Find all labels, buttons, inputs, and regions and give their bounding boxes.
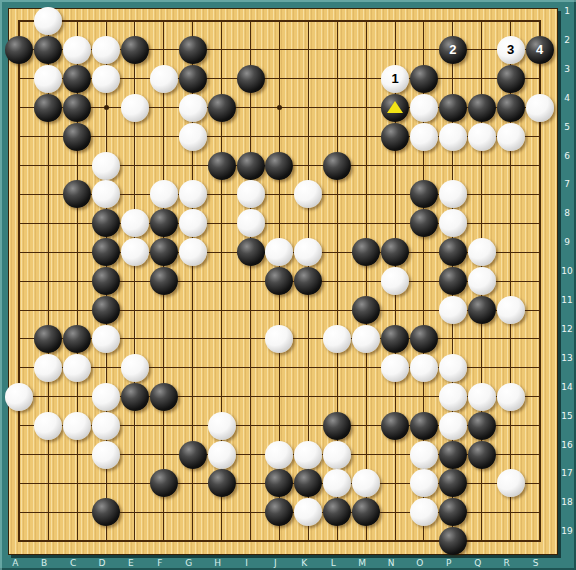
stone-G8[interactable]	[179, 209, 207, 237]
stone-O4[interactable]	[410, 94, 438, 122]
stone-I3[interactable]	[237, 65, 265, 93]
stone-R2[interactable]: 3	[497, 36, 525, 64]
row-label-9: 9	[559, 237, 575, 247]
stone-I6[interactable]	[237, 152, 265, 180]
stone-L6[interactable]	[323, 152, 351, 180]
stone-O3[interactable]	[410, 65, 438, 93]
stone-B13[interactable]	[34, 354, 62, 382]
stone-O16[interactable]	[410, 441, 438, 469]
stone-N4[interactable]	[381, 94, 409, 122]
column-label-S: S	[527, 558, 545, 568]
stone-K7[interactable]	[294, 180, 322, 208]
stone-J18[interactable]	[265, 498, 293, 526]
stone-P4[interactable]	[439, 94, 467, 122]
stone-F14[interactable]	[150, 383, 178, 411]
stone-G9[interactable]	[179, 238, 207, 266]
row-label-18: 18	[559, 497, 575, 507]
stone-P7[interactable]	[439, 180, 467, 208]
stone-N3[interactable]: 1	[381, 65, 409, 93]
stone-L15[interactable]	[323, 412, 351, 440]
stone-D9[interactable]	[92, 238, 120, 266]
stone-K16[interactable]	[294, 441, 322, 469]
stone-S4[interactable]	[526, 94, 554, 122]
stone-C3[interactable]	[63, 65, 91, 93]
stone-F17[interactable]	[150, 469, 178, 497]
stone-R3[interactable]	[497, 65, 525, 93]
stone-F9[interactable]	[150, 238, 178, 266]
column-label-P: P	[440, 558, 458, 568]
column-label-D: D	[93, 558, 111, 568]
row-label-15: 15	[559, 411, 575, 421]
stone-E13[interactable]	[121, 354, 149, 382]
stone-O15[interactable]	[410, 412, 438, 440]
stone-O18[interactable]	[410, 498, 438, 526]
stone-B15[interactable]	[34, 412, 62, 440]
stone-D10[interactable]	[92, 267, 120, 295]
row-label-11: 11	[559, 295, 575, 305]
stone-P13[interactable]	[439, 354, 467, 382]
go-app-window: 2341 ABCDEFGHIJKLMNOPQRS 123456789101112…	[0, 0, 576, 570]
stone-D14[interactable]	[92, 383, 120, 411]
row-label-10: 10	[559, 266, 575, 276]
stone-P14[interactable]	[439, 383, 467, 411]
row-label-12: 12	[559, 324, 575, 334]
stone-O7[interactable]	[410, 180, 438, 208]
stone-D7[interactable]	[92, 180, 120, 208]
stone-N5[interactable]	[381, 123, 409, 151]
stone-H17[interactable]	[208, 469, 236, 497]
stone-J17[interactable]	[265, 469, 293, 497]
stone-O5[interactable]	[410, 123, 438, 151]
stone-D8[interactable]	[92, 209, 120, 237]
stone-N10[interactable]	[381, 267, 409, 295]
move-number-label: 4	[536, 36, 543, 64]
stone-J9[interactable]	[265, 238, 293, 266]
stone-F3[interactable]	[150, 65, 178, 93]
stone-R4[interactable]	[497, 94, 525, 122]
row-label-4: 4	[559, 93, 575, 103]
stone-M18[interactable]	[352, 498, 380, 526]
grid-line-vertical	[366, 20, 367, 542]
stone-P2[interactable]: 2	[439, 36, 467, 64]
stone-M11[interactable]	[352, 296, 380, 324]
row-label-7: 7	[559, 179, 575, 189]
column-label-O: O	[411, 558, 429, 568]
stone-J12[interactable]	[265, 325, 293, 353]
stone-F8[interactable]	[150, 209, 178, 237]
stone-P10[interactable]	[439, 267, 467, 295]
stone-G7[interactable]	[179, 180, 207, 208]
star-point	[104, 105, 109, 110]
stone-B1[interactable]	[34, 7, 62, 35]
row-label-8: 8	[559, 208, 575, 218]
column-label-G: G	[180, 558, 198, 568]
column-label-H: H	[209, 558, 227, 568]
row-label-1: 1	[559, 6, 575, 16]
row-label-16: 16	[559, 440, 575, 450]
move-number-label: 1	[391, 65, 398, 93]
stone-P8[interactable]	[439, 209, 467, 237]
row-label-13: 13	[559, 353, 575, 363]
stone-G4[interactable]	[179, 94, 207, 122]
move-number-label: 3	[507, 36, 514, 64]
column-label-Q: Q	[469, 558, 487, 568]
stone-L17[interactable]	[323, 469, 351, 497]
stone-H16[interactable]	[208, 441, 236, 469]
stone-D2[interactable]	[92, 36, 120, 64]
stone-Q4[interactable]	[468, 94, 496, 122]
column-label-L: L	[324, 558, 342, 568]
stone-O17[interactable]	[410, 469, 438, 497]
stone-Q11[interactable]	[468, 296, 496, 324]
row-label-14: 14	[559, 382, 575, 392]
stone-R14[interactable]	[497, 383, 525, 411]
stone-P19[interactable]	[439, 527, 467, 555]
stone-G2[interactable]	[179, 36, 207, 64]
column-label-J: J	[266, 558, 284, 568]
stone-K17[interactable]	[294, 469, 322, 497]
stone-H4[interactable]	[208, 94, 236, 122]
stone-B2[interactable]	[34, 36, 62, 64]
stone-D18[interactable]	[92, 498, 120, 526]
go-board[interactable]: 2341	[8, 8, 558, 555]
stone-N13[interactable]	[381, 354, 409, 382]
stone-R11[interactable]	[497, 296, 525, 324]
column-label-K: K	[295, 558, 313, 568]
stone-L12[interactable]	[323, 325, 351, 353]
stone-E9[interactable]	[121, 238, 149, 266]
stone-H6[interactable]	[208, 152, 236, 180]
stone-M9[interactable]	[352, 238, 380, 266]
stone-M17[interactable]	[352, 469, 380, 497]
stone-E2[interactable]	[121, 36, 149, 64]
column-label-R: R	[498, 558, 516, 568]
column-label-M: M	[353, 558, 371, 568]
stone-G5[interactable]	[179, 123, 207, 151]
column-label-E: E	[122, 558, 140, 568]
stone-C12[interactable]	[63, 325, 91, 353]
stone-B12[interactable]	[34, 325, 62, 353]
row-label-17: 17	[559, 468, 575, 478]
stone-A14[interactable]	[5, 383, 33, 411]
stone-B4[interactable]	[34, 94, 62, 122]
stone-D3[interactable]	[92, 65, 120, 93]
star-point	[277, 105, 282, 110]
stone-L18[interactable]	[323, 498, 351, 526]
stone-O13[interactable]	[410, 354, 438, 382]
stone-I9[interactable]	[237, 238, 265, 266]
column-label-I: I	[238, 558, 256, 568]
stone-H15[interactable]	[208, 412, 236, 440]
stone-K10[interactable]	[294, 267, 322, 295]
stone-F10[interactable]	[150, 267, 178, 295]
stone-D15[interactable]	[92, 412, 120, 440]
stone-I7[interactable]	[237, 180, 265, 208]
stone-C15[interactable]	[63, 412, 91, 440]
column-label-N: N	[382, 558, 400, 568]
move-number-label: 2	[449, 36, 456, 64]
stone-D16[interactable]	[92, 441, 120, 469]
stone-P15[interactable]	[439, 412, 467, 440]
stone-G16[interactable]	[179, 441, 207, 469]
stone-I8[interactable]	[237, 209, 265, 237]
stone-D11[interactable]	[92, 296, 120, 324]
stone-P16[interactable]	[439, 441, 467, 469]
stone-E14[interactable]	[121, 383, 149, 411]
stone-S2[interactable]: 4	[526, 36, 554, 64]
stone-O12[interactable]	[410, 325, 438, 353]
stone-C13[interactable]	[63, 354, 91, 382]
stone-K18[interactable]	[294, 498, 322, 526]
stone-Q16[interactable]	[468, 441, 496, 469]
stone-R5[interactable]	[497, 123, 525, 151]
triangle-marker-icon	[387, 101, 403, 113]
column-label-F: F	[151, 558, 169, 568]
row-label-6: 6	[559, 151, 575, 161]
stone-J6[interactable]	[265, 152, 293, 180]
stone-G3[interactable]	[179, 65, 207, 93]
row-label-2: 2	[559, 35, 575, 45]
stone-E8[interactable]	[121, 209, 149, 237]
stone-N12[interactable]	[381, 325, 409, 353]
row-label-19: 19	[559, 526, 575, 536]
stone-Q14[interactable]	[468, 383, 496, 411]
row-label-5: 5	[559, 122, 575, 132]
stone-P18[interactable]	[439, 498, 467, 526]
column-label-C: C	[64, 558, 82, 568]
column-label-B: B	[35, 558, 53, 568]
stone-P9[interactable]	[439, 238, 467, 266]
stone-M12[interactable]	[352, 325, 380, 353]
stone-P11[interactable]	[439, 296, 467, 324]
stone-C5[interactable]	[63, 123, 91, 151]
stone-Q5[interactable]	[468, 123, 496, 151]
stone-D12[interactable]	[92, 325, 120, 353]
stone-Q15[interactable]	[468, 412, 496, 440]
stone-R17[interactable]	[497, 469, 525, 497]
stone-Q10[interactable]	[468, 267, 496, 295]
stone-P5[interactable]	[439, 123, 467, 151]
stone-A2[interactable]	[5, 36, 33, 64]
stone-J10[interactable]	[265, 267, 293, 295]
stone-K9[interactable]	[294, 238, 322, 266]
stone-P17[interactable]	[439, 469, 467, 497]
stone-O8[interactable]	[410, 209, 438, 237]
stone-L16[interactable]	[323, 441, 351, 469]
stone-C7[interactable]	[63, 180, 91, 208]
stone-E4[interactable]	[121, 94, 149, 122]
stone-C4[interactable]	[63, 94, 91, 122]
stone-N9[interactable]	[381, 238, 409, 266]
stone-B3[interactable]	[34, 65, 62, 93]
stone-Q9[interactable]	[468, 238, 496, 266]
stone-C2[interactable]	[63, 36, 91, 64]
stone-J16[interactable]	[265, 441, 293, 469]
stone-N15[interactable]	[381, 412, 409, 440]
stone-D6[interactable]	[92, 152, 120, 180]
stone-F7[interactable]	[150, 180, 178, 208]
column-label-A: A	[6, 558, 24, 568]
row-label-3: 3	[559, 64, 575, 74]
